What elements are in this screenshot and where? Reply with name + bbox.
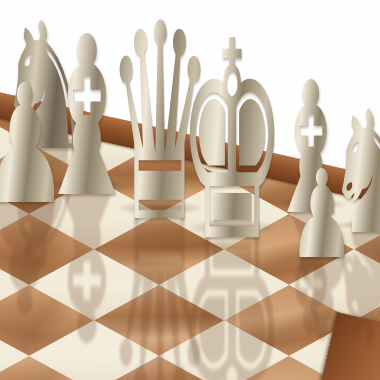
piece-white-pawn-f2[interactable]: ♟: [288, 154, 356, 276]
piece-white-pawn-b2[interactable]: ♟: [0, 63, 69, 228]
piece-white-king-e1[interactable]: ♚: [178, 6, 286, 280]
chess-set-photo: ♞♝♟♝♛♞♚♟ ♞♝♟♝♛♞♚♟: [0, 0, 380, 380]
